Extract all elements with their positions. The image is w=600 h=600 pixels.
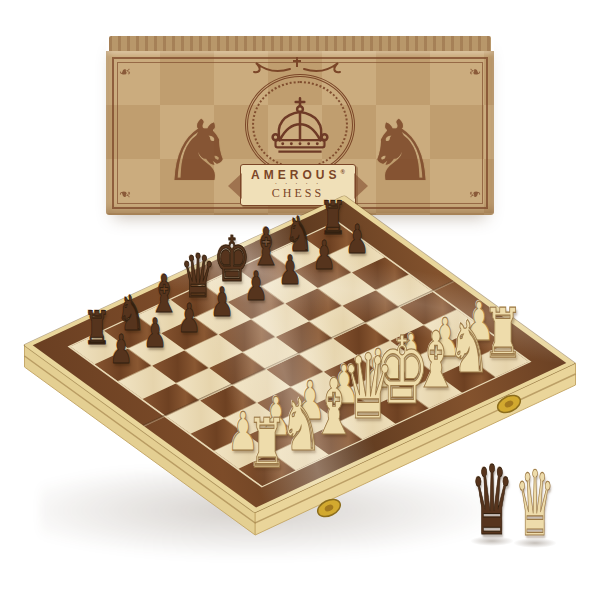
spare-dark-queen: ♛ [470, 453, 513, 549]
product-photo-scene: ❧ ❧ ❧ ❧ ♞ [0, 0, 600, 600]
spare-light-queen: ♛ [515, 459, 555, 549]
